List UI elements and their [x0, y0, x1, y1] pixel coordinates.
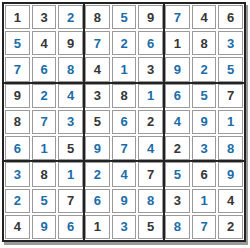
cell-r2c4[interactable]: 7: [85, 31, 110, 55]
cell-r9c9[interactable]: 2: [218, 215, 243, 239]
cell-r3c6[interactable]: 3: [138, 57, 163, 81]
cell-r6c1[interactable]: 6: [5, 136, 30, 160]
cell-r4c6[interactable]: 1: [138, 84, 163, 108]
cell-r2c1[interactable]: 5: [5, 31, 30, 55]
cell-r2c9[interactable]: 3: [218, 31, 243, 55]
cell-r6c7[interactable]: 2: [165, 136, 190, 160]
sudoku-board: 1328597465497261837684139259243816578735…: [2, 2, 246, 242]
cell-r8c7[interactable]: 3: [165, 189, 190, 213]
cell-r5c8[interactable]: 9: [192, 110, 217, 134]
cell-r8c6[interactable]: 8: [138, 189, 163, 213]
cell-r7c8[interactable]: 6: [192, 162, 217, 186]
cell-r7c6[interactable]: 7: [138, 162, 163, 186]
cell-r8c2[interactable]: 5: [32, 189, 57, 213]
cell-r8c1[interactable]: 2: [5, 189, 30, 213]
cell-r6c3[interactable]: 5: [58, 136, 83, 160]
cell-r6c8[interactable]: 3: [192, 136, 217, 160]
cell-r1c2[interactable]: 3: [32, 5, 57, 29]
cell-r8c5[interactable]: 9: [112, 189, 137, 213]
cell-r1c1[interactable]: 1: [5, 5, 30, 29]
cell-r8c8[interactable]: 1: [192, 189, 217, 213]
cell-r3c3[interactable]: 8: [58, 57, 83, 81]
cell-r6c2[interactable]: 1: [32, 136, 57, 160]
cell-r6c4[interactable]: 9: [85, 136, 110, 160]
cell-r9c8[interactable]: 7: [192, 215, 217, 239]
cell-r1c3[interactable]: 2: [58, 5, 83, 29]
cell-r7c7[interactable]: 5: [165, 162, 190, 186]
cell-r1c4[interactable]: 8: [85, 5, 110, 29]
cell-r4c2[interactable]: 2: [32, 84, 57, 108]
cell-r9c1[interactable]: 4: [5, 215, 30, 239]
cell-r1c9[interactable]: 6: [218, 5, 243, 29]
cell-r4c5[interactable]: 8: [112, 84, 137, 108]
cell-r7c5[interactable]: 4: [112, 162, 137, 186]
sudoku-app: 1328597465497261837684139259243816578735…: [0, 0, 250, 248]
cell-r5c1[interactable]: 8: [5, 110, 30, 134]
cell-r2c3[interactable]: 9: [58, 31, 83, 55]
cell-r3c8[interactable]: 2: [192, 57, 217, 81]
cell-r2c6[interactable]: 6: [138, 31, 163, 55]
cell-r3c7[interactable]: 9: [165, 57, 190, 81]
cell-r5c2[interactable]: 7: [32, 110, 57, 134]
cell-r5c4[interactable]: 5: [85, 110, 110, 134]
cell-r2c5[interactable]: 2: [112, 31, 137, 55]
cell-r2c8[interactable]: 8: [192, 31, 217, 55]
cell-r3c1[interactable]: 7: [5, 57, 30, 81]
cell-r4c1[interactable]: 9: [5, 84, 30, 108]
cell-r7c4[interactable]: 2: [85, 162, 110, 186]
cell-r1c6[interactable]: 9: [138, 5, 163, 29]
cell-r5c6[interactable]: 2: [138, 110, 163, 134]
cell-r6c6[interactable]: 4: [138, 136, 163, 160]
cell-r1c7[interactable]: 7: [165, 5, 190, 29]
cell-r5c7[interactable]: 4: [165, 110, 190, 134]
cell-r3c9[interactable]: 5: [218, 57, 243, 81]
cell-r9c6[interactable]: 5: [138, 215, 163, 239]
cell-r2c2[interactable]: 4: [32, 31, 57, 55]
cell-r8c3[interactable]: 7: [58, 189, 83, 213]
cell-r3c4[interactable]: 4: [85, 57, 110, 81]
cell-r4c9[interactable]: 7: [218, 84, 243, 108]
cell-r1c8[interactable]: 4: [192, 5, 217, 29]
cell-r9c4[interactable]: 1: [85, 215, 110, 239]
cell-r3c2[interactable]: 6: [32, 57, 57, 81]
cell-r4c4[interactable]: 3: [85, 84, 110, 108]
cell-r4c3[interactable]: 4: [58, 84, 83, 108]
cell-r4c7[interactable]: 6: [165, 84, 190, 108]
cell-r4c8[interactable]: 5: [192, 84, 217, 108]
cell-r5c9[interactable]: 1: [218, 110, 243, 134]
cell-r7c3[interactable]: 1: [58, 162, 83, 186]
cell-r6c5[interactable]: 7: [112, 136, 137, 160]
cell-r7c2[interactable]: 8: [32, 162, 57, 186]
cell-r9c3[interactable]: 6: [58, 215, 83, 239]
cell-r9c5[interactable]: 3: [112, 215, 137, 239]
cell-r3c5[interactable]: 1: [112, 57, 137, 81]
cell-r9c2[interactable]: 9: [32, 215, 57, 239]
cell-r8c9[interactable]: 4: [218, 189, 243, 213]
cell-r2c7[interactable]: 1: [165, 31, 190, 55]
cell-r9c7[interactable]: 8: [165, 215, 190, 239]
cell-r5c3[interactable]: 3: [58, 110, 83, 134]
cell-r1c5[interactable]: 5: [112, 5, 137, 29]
cell-r7c9[interactable]: 9: [218, 162, 243, 186]
cell-r5c5[interactable]: 6: [112, 110, 137, 134]
cell-r7c1[interactable]: 3: [5, 162, 30, 186]
cell-r8c4[interactable]: 6: [85, 189, 110, 213]
cell-r6c9[interactable]: 8: [218, 136, 243, 160]
